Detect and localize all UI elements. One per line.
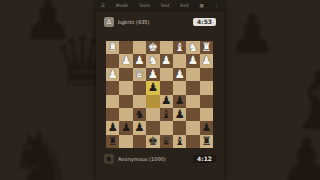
- pawn-silhouette: ♟: [228, 8, 276, 62]
- square[interactable]: ♟: [186, 54, 199, 67]
- square[interactable]: ♚: [146, 135, 159, 148]
- white-queen: ♛: [134, 68, 144, 80]
- square[interactable]: ♟: [173, 108, 186, 121]
- square[interactable]: ♟: [106, 68, 119, 81]
- opponent-avatar[interactable]: ♙: [104, 17, 114, 27]
- chess-board[interactable]: ♜♚♝♞♜♟♟♞♟♟♟♟♛♟♟♟♟♟♞♝♟♟♟♟♟♜♚♛♝♜: [106, 41, 213, 148]
- toolbar-item[interactable]: ☰: [101, 4, 105, 9]
- white-pawn: ♟: [148, 68, 158, 80]
- square[interactable]: ♜: [106, 135, 119, 148]
- black-bishop: ♝: [174, 135, 184, 147]
- white-pawn: ♟: [174, 68, 184, 80]
- square[interactable]: ♟: [173, 68, 186, 81]
- player-clock: 4:12: [193, 155, 216, 163]
- toolbar-item[interactable]: Test: [161, 4, 170, 9]
- square[interactable]: [186, 81, 199, 94]
- square[interactable]: [106, 81, 119, 94]
- square[interactable]: ♟: [119, 121, 132, 134]
- white-knight: ♞: [188, 41, 198, 53]
- square[interactable]: [119, 135, 132, 148]
- player-bar: ♞ Anonymous (1000) 4:12: [96, 150, 224, 168]
- white-pawn: ♟: [201, 55, 211, 67]
- opponent-player-bar: ♙ bgkrbt (935) 4:53: [96, 13, 224, 31]
- white-bishop: ♝: [174, 41, 184, 53]
- opponent-name[interactable]: bgkrbt (935): [118, 19, 189, 25]
- square[interactable]: ♟: [160, 54, 173, 67]
- chess-app-column: ☰ModeToolsTestExit▦⋮ ♙ bgkrbt (935) 4:53…: [96, 0, 224, 180]
- toolbar-item[interactable]: ⋮: [214, 4, 219, 9]
- square[interactable]: ♝: [173, 41, 186, 54]
- square[interactable]: [186, 68, 199, 81]
- square[interactable]: [186, 135, 199, 148]
- player-avatar[interactable]: ♞: [104, 154, 114, 164]
- black-pawn: ♟: [201, 122, 211, 134]
- square[interactable]: ♜: [106, 41, 119, 54]
- toolbar-item[interactable]: ▦: [199, 4, 203, 9]
- top-toolbar: ☰ModeToolsTestExit▦⋮: [96, 0, 224, 12]
- white-pawn: ♟: [161, 55, 171, 67]
- square[interactable]: [186, 121, 199, 134]
- player-name[interactable]: Anonymous (1000): [118, 156, 189, 162]
- square[interactable]: ♟: [146, 81, 159, 94]
- black-pawn: ♟: [121, 122, 131, 134]
- square[interactable]: [133, 135, 146, 148]
- opponent-clock: 4:53: [193, 18, 216, 26]
- square[interactable]: [119, 95, 132, 108]
- white-king: ♚: [148, 41, 158, 53]
- black-rook: ♜: [108, 135, 118, 147]
- square[interactable]: ♛: [160, 135, 173, 148]
- square[interactable]: [200, 68, 213, 81]
- square[interactable]: [119, 81, 132, 94]
- black-pawn: ♟: [174, 95, 184, 107]
- toolbar-item[interactable]: Mode: [116, 4, 128, 9]
- square[interactable]: ♝: [173, 135, 186, 148]
- white-rook: ♜: [201, 41, 211, 53]
- white-pawn: ♟: [121, 55, 131, 67]
- square[interactable]: [119, 68, 132, 81]
- square[interactable]: [200, 95, 213, 108]
- square[interactable]: ♛: [133, 68, 146, 81]
- black-pawn: ♟: [108, 122, 118, 134]
- black-knight: ♞: [134, 108, 144, 120]
- black-rook: ♜: [201, 135, 211, 147]
- square[interactable]: ♝: [160, 108, 173, 121]
- black-pawn: ♟: [174, 108, 184, 120]
- black-queen: ♛: [161, 135, 171, 147]
- square[interactable]: [160, 68, 173, 81]
- white-pawn: ♟: [134, 55, 144, 67]
- square[interactable]: [186, 108, 199, 121]
- white-pawn: ♟: [108, 68, 118, 80]
- black-pawn: ♟: [161, 95, 171, 107]
- toolbar-item[interactable]: Tools: [139, 4, 150, 9]
- pawn-silhouette: ♟: [278, 130, 320, 180]
- square[interactable]: [146, 108, 159, 121]
- black-bishop: ♝: [161, 108, 171, 120]
- screenshot-stage: ♟♛♞♟♝♟ ☰ModeToolsTestExit▦⋮ ♙ bgkrbt (93…: [0, 0, 320, 180]
- square[interactable]: [106, 95, 119, 108]
- white-pawn: ♟: [188, 55, 198, 67]
- white-rook: ♜: [108, 41, 118, 53]
- square[interactable]: [186, 95, 199, 108]
- black-pawn: ♟: [148, 82, 158, 94]
- white-knight: ♞: [148, 55, 158, 67]
- square[interactable]: [200, 81, 213, 94]
- square[interactable]: ♟: [119, 54, 132, 67]
- black-king: ♚: [148, 135, 158, 147]
- square[interactable]: [146, 95, 159, 108]
- square[interactable]: ♜: [200, 135, 213, 148]
- toolbar-item[interactable]: Exit: [180, 4, 189, 9]
- knight-silhouette: ♞: [8, 122, 73, 180]
- black-pawn: ♟: [134, 122, 144, 134]
- square[interactable]: ♟: [133, 121, 146, 134]
- square[interactable]: [133, 81, 146, 94]
- square[interactable]: ♟: [200, 54, 213, 67]
